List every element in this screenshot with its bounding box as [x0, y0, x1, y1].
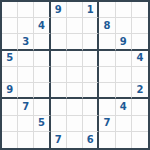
cell-r1c6-given: 1	[83, 2, 99, 18]
cell-r7c5-empty[interactable]	[67, 99, 83, 115]
cell-r6c2-empty[interactable]	[18, 83, 34, 99]
cell-r1c8-empty[interactable]	[116, 2, 132, 18]
cell-r7c3-empty[interactable]	[34, 99, 50, 115]
cell-r2c3-given: 4	[34, 18, 50, 34]
cell-r8c2-empty[interactable]	[18, 116, 34, 132]
cell-r4c5-empty[interactable]	[67, 51, 83, 67]
cell-r7c6-empty[interactable]	[83, 99, 99, 115]
cell-r3c6-empty[interactable]	[83, 34, 99, 50]
cell-r9c2-empty[interactable]	[18, 132, 34, 148]
cell-r2c4-empty[interactable]	[51, 18, 67, 34]
cell-r9c3-empty[interactable]	[34, 132, 50, 148]
cell-r3c1-empty[interactable]	[2, 34, 18, 50]
cell-r1c2-empty[interactable]	[18, 2, 34, 18]
cell-r4c1-given: 5	[2, 51, 18, 67]
cell-r6c9-given: 2	[132, 83, 148, 99]
cell-r3c4-empty[interactable]	[51, 34, 67, 50]
cell-r6c3-empty[interactable]	[34, 83, 50, 99]
cell-r8c6-empty[interactable]	[83, 116, 99, 132]
cell-r2c8-empty[interactable]	[116, 18, 132, 34]
cell-r5c7-empty[interactable]	[99, 67, 115, 83]
cell-r3c3-empty[interactable]	[34, 34, 50, 50]
cell-r9c6-given: 6	[83, 132, 99, 148]
cell-r6c6-empty[interactable]	[83, 83, 99, 99]
cell-r4c6-empty[interactable]	[83, 51, 99, 67]
cell-r9c5-empty[interactable]	[67, 132, 83, 148]
cell-r2c1-empty[interactable]	[2, 18, 18, 34]
cell-r8c8-empty[interactable]	[116, 116, 132, 132]
cell-r3c8-given: 9	[116, 34, 132, 50]
cell-r5c5-empty[interactable]	[67, 67, 83, 83]
cell-r7c7-empty[interactable]	[99, 99, 115, 115]
cell-r5c8-empty[interactable]	[116, 67, 132, 83]
cell-r2c7-given: 8	[99, 18, 115, 34]
cell-r2c2-empty[interactable]	[18, 18, 34, 34]
cell-r1c9-empty[interactable]	[132, 2, 148, 18]
cell-r5c1-empty[interactable]	[2, 67, 18, 83]
cell-r8c7-given: 7	[99, 116, 115, 132]
cell-r6c1-given: 9	[2, 83, 18, 99]
cell-r1c1-empty[interactable]	[2, 2, 18, 18]
cell-r7c8-given: 4	[116, 99, 132, 115]
cell-r8c3-given: 5	[34, 116, 50, 132]
cell-r4c3-empty[interactable]	[34, 51, 50, 67]
cell-r4c9-given: 4	[132, 51, 148, 67]
cell-r9c4-given: 7	[51, 132, 67, 148]
cell-r6c4-empty[interactable]	[51, 83, 67, 99]
sudoku-board: 9148395492745776	[0, 0, 150, 150]
cell-r5c6-empty[interactable]	[83, 67, 99, 83]
cell-r1c3-empty[interactable]	[34, 2, 50, 18]
cell-r5c9-empty[interactable]	[132, 67, 148, 83]
cell-r1c4-given: 9	[51, 2, 67, 18]
cell-r8c9-empty[interactable]	[132, 116, 148, 132]
cell-r1c5-empty[interactable]	[67, 2, 83, 18]
cell-r3c9-empty[interactable]	[132, 34, 148, 50]
cell-r7c9-empty[interactable]	[132, 99, 148, 115]
cell-r5c2-empty[interactable]	[18, 67, 34, 83]
cell-r2c6-empty[interactable]	[83, 18, 99, 34]
cell-r8c4-empty[interactable]	[51, 116, 67, 132]
cell-r6c5-empty[interactable]	[67, 83, 83, 99]
cell-r9c8-empty[interactable]	[116, 132, 132, 148]
cell-r8c5-empty[interactable]	[67, 116, 83, 132]
cell-r8c1-empty[interactable]	[2, 116, 18, 132]
cell-r6c7-empty[interactable]	[99, 83, 115, 99]
cell-r3c2-given: 3	[18, 34, 34, 50]
cell-r7c2-given: 7	[18, 99, 34, 115]
cell-r2c9-empty[interactable]	[132, 18, 148, 34]
cell-r4c2-empty[interactable]	[18, 51, 34, 67]
cell-r7c4-empty[interactable]	[51, 99, 67, 115]
cell-r4c4-empty[interactable]	[51, 51, 67, 67]
cell-r5c3-empty[interactable]	[34, 67, 50, 83]
cell-r6c8-empty[interactable]	[116, 83, 132, 99]
cell-r9c1-empty[interactable]	[2, 132, 18, 148]
cell-r3c5-empty[interactable]	[67, 34, 83, 50]
cell-r2c5-empty[interactable]	[67, 18, 83, 34]
cell-r9c7-empty[interactable]	[99, 132, 115, 148]
cell-r9c9-empty[interactable]	[132, 132, 148, 148]
cell-r5c4-empty[interactable]	[51, 67, 67, 83]
cell-r4c8-empty[interactable]	[116, 51, 132, 67]
cell-r1c7-empty[interactable]	[99, 2, 115, 18]
cell-r3c7-empty[interactable]	[99, 34, 115, 50]
cell-r7c1-empty[interactable]	[2, 99, 18, 115]
cell-r4c7-empty[interactable]	[99, 51, 115, 67]
